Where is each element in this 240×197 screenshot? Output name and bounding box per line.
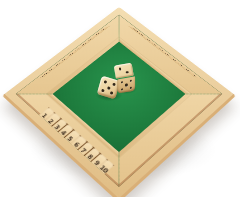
die-face-front [117,76,135,93]
die-pip [120,87,123,90]
die-pip [110,92,114,96]
product-photo-stage: 12345678910 10987654321 12345678910 1098… [0,0,240,197]
tile-row-near-right: 10987654321 [221,184,240,197]
die-pip [125,83,128,86]
tile-number: 1 [192,74,197,77]
die-pip [120,80,123,83]
die-pip [129,86,132,89]
die-pip [129,79,132,82]
die-pip [107,86,111,90]
die-pip [113,82,117,86]
die-pip [126,71,129,74]
die-pip [101,89,105,93]
die-pip [119,67,122,70]
die-pip [103,80,107,84]
